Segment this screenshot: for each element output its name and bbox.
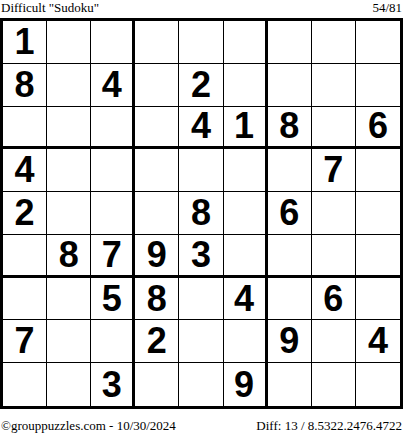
progress-counter: 54/81 (372, 0, 403, 16)
cell-r1c8[interactable] (312, 21, 356, 64)
cell-r1c2[interactable] (47, 21, 91, 64)
cell-r8c8[interactable] (312, 320, 356, 363)
cell-r2c1[interactable]: 8 (3, 64, 47, 107)
cell-r2c7[interactable] (268, 64, 312, 107)
cell-r6c2[interactable]: 8 (47, 235, 91, 278)
cell-r8c1[interactable]: 7 (3, 320, 47, 363)
cell-r3c8[interactable] (312, 107, 356, 150)
cell-r2c3[interactable]: 4 (91, 64, 135, 107)
copyright-text: ©grouppuzzles.com - 10/30/2024 (0, 418, 176, 434)
cell-r4c6[interactable] (224, 149, 268, 192)
cell-r2c6[interactable] (224, 64, 268, 107)
cell-r2c4[interactable] (135, 64, 179, 107)
cell-r4c4[interactable] (135, 149, 179, 192)
cell-r9c7[interactable] (268, 363, 312, 406)
cell-r1c9[interactable] (356, 21, 400, 64)
cell-r6c6[interactable] (224, 235, 268, 278)
cell-r8c7[interactable]: 9 (268, 320, 312, 363)
cell-r3c6[interactable]: 1 (224, 107, 268, 150)
cell-r6c9[interactable] (356, 235, 400, 278)
difficulty-text: Diff: 13 / 8.5322.2476.4722 (256, 418, 403, 434)
cell-r1c4[interactable] (135, 21, 179, 64)
cell-r6c8[interactable] (312, 235, 356, 278)
cell-r5c9[interactable] (356, 192, 400, 235)
cell-r4c2[interactable] (47, 149, 91, 192)
cell-r9c6[interactable]: 9 (224, 363, 268, 406)
cell-r7c8[interactable]: 6 (312, 278, 356, 321)
cell-r1c7[interactable] (268, 21, 312, 64)
cell-r4c9[interactable] (356, 149, 400, 192)
cell-r6c4[interactable]: 9 (135, 235, 179, 278)
cell-r5c7[interactable]: 6 (268, 192, 312, 235)
cell-r1c1[interactable]: 1 (3, 21, 47, 64)
cell-r9c1[interactable] (3, 363, 47, 406)
cell-r3c5[interactable]: 4 (179, 107, 223, 150)
sudoku-board: 184241864728687935846729439 (0, 18, 403, 409)
cell-r7c7[interactable] (268, 278, 312, 321)
cell-r8c2[interactable] (47, 320, 91, 363)
cell-r8c6[interactable] (224, 320, 268, 363)
cell-r2c5[interactable]: 2 (179, 64, 223, 107)
cell-r7c5[interactable] (179, 278, 223, 321)
cell-r5c1[interactable]: 2 (3, 192, 47, 235)
cell-r9c5[interactable] (179, 363, 223, 406)
footer: ©grouppuzzles.com - 10/30/2024 Diff: 13 … (0, 418, 403, 434)
header: Difficult "Sudoku" 54/81 (0, 0, 403, 18)
cell-r7c6[interactable]: 4 (224, 278, 268, 321)
cell-r5c3[interactable] (91, 192, 135, 235)
cell-r7c9[interactable] (356, 278, 400, 321)
cell-r2c9[interactable] (356, 64, 400, 107)
cell-r6c5[interactable]: 3 (179, 235, 223, 278)
cell-r5c5[interactable]: 8 (179, 192, 223, 235)
sudoku-page: Difficult "Sudoku" 54/81 184241864728687… (0, 0, 403, 437)
cell-r9c4[interactable] (135, 363, 179, 406)
cell-r4c5[interactable] (179, 149, 223, 192)
cell-r3c3[interactable] (91, 107, 135, 150)
cell-r5c4[interactable] (135, 192, 179, 235)
cell-r7c3[interactable]: 5 (91, 278, 135, 321)
cell-r2c2[interactable] (47, 64, 91, 107)
cell-r3c4[interactable] (135, 107, 179, 150)
page-title: Difficult "Sudoku" (0, 0, 99, 16)
cell-r8c4[interactable]: 2 (135, 320, 179, 363)
cell-r4c1[interactable]: 4 (3, 149, 47, 192)
cell-r9c8[interactable] (312, 363, 356, 406)
cell-r3c1[interactable] (3, 107, 47, 150)
cell-r7c2[interactable] (47, 278, 91, 321)
cell-r7c1[interactable] (3, 278, 47, 321)
cell-r9c3[interactable]: 3 (91, 363, 135, 406)
cell-r1c5[interactable] (179, 21, 223, 64)
cell-r6c1[interactable] (3, 235, 47, 278)
cell-r4c8[interactable]: 7 (312, 149, 356, 192)
cell-r8c9[interactable]: 4 (356, 320, 400, 363)
cell-r4c7[interactable] (268, 149, 312, 192)
cell-r1c3[interactable] (91, 21, 135, 64)
cell-r7c4[interactable]: 8 (135, 278, 179, 321)
cell-r6c3[interactable]: 7 (91, 235, 135, 278)
cell-r9c2[interactable] (47, 363, 91, 406)
cell-r8c5[interactable] (179, 320, 223, 363)
cell-r2c8[interactable] (312, 64, 356, 107)
cell-r3c9[interactable]: 6 (356, 107, 400, 150)
cell-r6c7[interactable] (268, 235, 312, 278)
cell-r9c9[interactable] (356, 363, 400, 406)
cell-r5c8[interactable] (312, 192, 356, 235)
cell-r1c6[interactable] (224, 21, 268, 64)
cell-r4c3[interactable] (91, 149, 135, 192)
cell-r5c2[interactable] (47, 192, 91, 235)
cell-r3c2[interactable] (47, 107, 91, 150)
cell-r8c3[interactable] (91, 320, 135, 363)
cell-r3c7[interactable]: 8 (268, 107, 312, 150)
cell-r5c6[interactable] (224, 192, 268, 235)
